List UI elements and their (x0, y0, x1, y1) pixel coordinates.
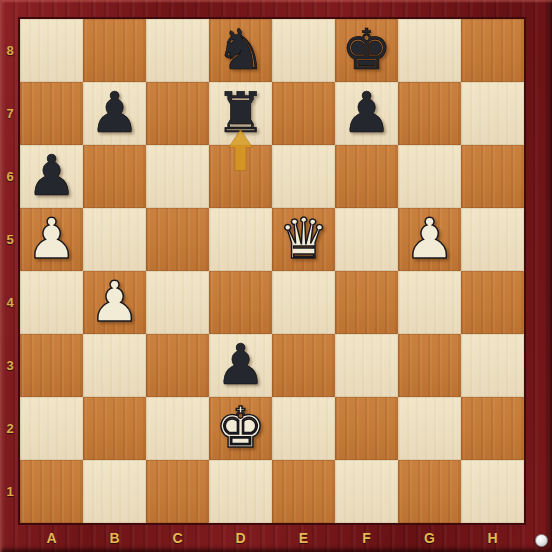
square-g7[interactable] (398, 82, 461, 145)
square-f6[interactable] (335, 145, 398, 208)
white-queen-e5[interactable]: ♛ (272, 208, 335, 271)
square-e1[interactable] (272, 460, 335, 523)
square-e5[interactable]: ♛ (272, 208, 335, 271)
white-king-d2[interactable]: ♚ (209, 397, 272, 460)
file-label-e: E (272, 523, 335, 552)
square-b7[interactable]: ♟ (83, 82, 146, 145)
black-knight-d8[interactable]: ♞ (209, 19, 272, 82)
square-f7[interactable]: ♟ (335, 82, 398, 145)
file-label-h: H (461, 523, 524, 552)
board-squares: ♞♚♟♜♟♟♟♛♟♟♟♚ (20, 19, 524, 523)
square-e2[interactable] (272, 397, 335, 460)
black-rook-d7[interactable]: ♜ (209, 82, 272, 145)
file-labels: ABCDEFGH (20, 523, 524, 552)
square-g5[interactable]: ♟ (398, 208, 461, 271)
black-pawn-d3[interactable]: ♟ (209, 334, 272, 397)
square-c3[interactable] (146, 334, 209, 397)
square-f2[interactable] (335, 397, 398, 460)
square-d2[interactable]: ♚ (209, 397, 272, 460)
square-f8[interactable]: ♚ (335, 19, 398, 82)
rank-label-8: 8 (0, 19, 20, 82)
square-c8[interactable] (146, 19, 209, 82)
rank-label-6: 6 (0, 145, 20, 208)
rank-labels: 87654321 (0, 19, 20, 523)
square-c4[interactable] (146, 271, 209, 334)
square-d6[interactable] (209, 145, 272, 208)
square-g6[interactable] (398, 145, 461, 208)
square-h4[interactable] (461, 271, 524, 334)
chess-app: ♞♚♟♜♟♟♟♛♟♟♟♚ 87654321 ABCDEFGH (0, 0, 552, 552)
square-h1[interactable] (461, 460, 524, 523)
square-d1[interactable] (209, 460, 272, 523)
square-a5[interactable]: ♟ (20, 208, 83, 271)
square-h3[interactable] (461, 334, 524, 397)
square-f5[interactable] (335, 208, 398, 271)
black-king-f8[interactable]: ♚ (335, 19, 398, 82)
square-c1[interactable] (146, 460, 209, 523)
file-label-f: F (335, 523, 398, 552)
square-b3[interactable] (83, 334, 146, 397)
square-g8[interactable] (398, 19, 461, 82)
square-a3[interactable] (20, 334, 83, 397)
square-h8[interactable] (461, 19, 524, 82)
square-f3[interactable] (335, 334, 398, 397)
square-c2[interactable] (146, 397, 209, 460)
white-pawn-a5[interactable]: ♟ (20, 208, 83, 271)
rank-label-7: 7 (0, 82, 20, 145)
square-d3[interactable]: ♟ (209, 334, 272, 397)
square-d8[interactable]: ♞ (209, 19, 272, 82)
square-h5[interactable] (461, 208, 524, 271)
square-a8[interactable] (20, 19, 83, 82)
square-b5[interactable] (83, 208, 146, 271)
rank-label-1: 1 (0, 460, 20, 523)
rank-label-2: 2 (0, 397, 20, 460)
black-pawn-a6[interactable]: ♟ (20, 145, 83, 208)
square-g2[interactable] (398, 397, 461, 460)
square-c6[interactable] (146, 145, 209, 208)
square-f1[interactable] (335, 460, 398, 523)
square-b1[interactable] (83, 460, 146, 523)
square-h7[interactable] (461, 82, 524, 145)
black-pawn-f7[interactable]: ♟ (335, 82, 398, 145)
rank-label-5: 5 (0, 208, 20, 271)
white-pawn-b4[interactable]: ♟ (83, 271, 146, 334)
file-label-d: D (209, 523, 272, 552)
square-b6[interactable] (83, 145, 146, 208)
square-g1[interactable] (398, 460, 461, 523)
square-h6[interactable] (461, 145, 524, 208)
black-pawn-b7[interactable]: ♟ (83, 82, 146, 145)
square-d4[interactable] (209, 271, 272, 334)
square-f4[interactable] (335, 271, 398, 334)
rank-label-4: 4 (0, 271, 20, 334)
square-e8[interactable] (272, 19, 335, 82)
square-c5[interactable] (146, 208, 209, 271)
file-label-c: C (146, 523, 209, 552)
file-label-b: B (83, 523, 146, 552)
square-c7[interactable] (146, 82, 209, 145)
white-pawn-g5[interactable]: ♟ (398, 208, 461, 271)
square-a7[interactable] (20, 82, 83, 145)
square-g3[interactable] (398, 334, 461, 397)
square-b8[interactable] (83, 19, 146, 82)
square-a6[interactable]: ♟ (20, 145, 83, 208)
file-label-a: A (20, 523, 83, 552)
square-a2[interactable] (20, 397, 83, 460)
square-d7[interactable]: ♜ (209, 82, 272, 145)
square-g4[interactable] (398, 271, 461, 334)
square-e4[interactable] (272, 271, 335, 334)
square-a1[interactable] (20, 460, 83, 523)
white-to-move-indicator (535, 534, 548, 547)
square-h2[interactable] (461, 397, 524, 460)
square-a4[interactable] (20, 271, 83, 334)
square-e3[interactable] (272, 334, 335, 397)
file-label-g: G (398, 523, 461, 552)
rank-label-3: 3 (0, 334, 20, 397)
square-d5[interactable] (209, 208, 272, 271)
square-e7[interactable] (272, 82, 335, 145)
square-b2[interactable] (83, 397, 146, 460)
square-b4[interactable]: ♟ (83, 271, 146, 334)
square-e6[interactable] (272, 145, 335, 208)
